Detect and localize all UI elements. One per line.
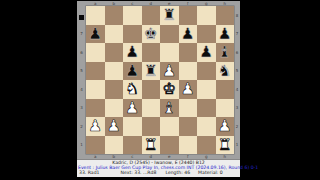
rank-label: 5 bbox=[234, 62, 240, 81]
rank-label: 4 bbox=[77, 80, 86, 99]
square-e3[interactable]: ♝ bbox=[160, 99, 179, 118]
rank-label: 1 bbox=[77, 136, 86, 155]
rank-labels-left: 7654321 bbox=[77, 6, 86, 154]
square-h8[interactable] bbox=[216, 6, 235, 25]
piece-bP-c5: ♟ bbox=[125, 62, 139, 80]
piece-bK-d7: ♚ bbox=[144, 25, 158, 43]
square-c2[interactable] bbox=[123, 117, 142, 136]
square-e4[interactable]: ♚ bbox=[160, 80, 179, 99]
piece-bP-h7: ♟ bbox=[218, 25, 232, 43]
file-label: c bbox=[123, 154, 142, 159]
square-g5[interactable] bbox=[197, 62, 216, 81]
piece-wN-c4: ♞ bbox=[125, 80, 139, 98]
square-d8[interactable] bbox=[142, 6, 161, 25]
square-a3[interactable] bbox=[86, 99, 105, 118]
square-c3[interactable]: ♟ bbox=[123, 99, 142, 118]
rank-label: 7 bbox=[77, 25, 86, 44]
square-f6[interactable] bbox=[179, 43, 198, 62]
square-d3[interactable] bbox=[142, 99, 161, 118]
piece-bP-a7: ♟ bbox=[88, 25, 102, 43]
move-played: 33. Rad1 bbox=[79, 171, 100, 176]
square-g3[interactable] bbox=[197, 99, 216, 118]
piece-bR-d5: ♜ bbox=[144, 62, 158, 80]
piece-wP-a2: ♟ bbox=[88, 117, 102, 135]
piece-bP-f7: ♟ bbox=[181, 25, 195, 43]
square-f7[interactable]: ♟ bbox=[179, 25, 198, 44]
square-e6[interactable] bbox=[160, 43, 179, 62]
piece-wR-d1: ♜ bbox=[144, 136, 158, 154]
square-c8[interactable] bbox=[123, 6, 142, 25]
piece-wP-b2: ♟ bbox=[107, 117, 121, 135]
square-b2[interactable]: ♟ bbox=[105, 117, 124, 136]
square-e1[interactable] bbox=[160, 136, 179, 155]
rank-label: 7 bbox=[234, 25, 240, 44]
square-a1[interactable] bbox=[86, 136, 105, 155]
caption-area: Kadric, D (2545) - Iwanow, E (2440) B12 … bbox=[77, 159, 240, 177]
square-g1[interactable] bbox=[197, 136, 216, 155]
square-c4[interactable]: ♞ bbox=[123, 80, 142, 99]
square-f4[interactable]: ♟ bbox=[179, 80, 198, 99]
square-a4[interactable] bbox=[86, 80, 105, 99]
rank-label: 2 bbox=[77, 117, 86, 136]
file-labels-bottom: abcdefgh bbox=[77, 154, 240, 159]
side-to-move-indicator bbox=[79, 15, 84, 20]
video-frame: abcdefgh 7654321 ♜♟♚♟♟♟♟♝♟♜♟♞♞♚♟♟♝♟♟♟♜♜ … bbox=[0, 0, 320, 180]
diagram-panel: abcdefgh 7654321 ♜♟♚♟♟♟♟♝♟♜♟♞♞♚♟♟♝♟♟♟♜♜ … bbox=[77, 1, 240, 177]
piece-wP-c3: ♟ bbox=[125, 99, 139, 117]
piece-bR-e8: ♜ bbox=[162, 6, 176, 24]
square-c5[interactable]: ♟ bbox=[123, 62, 142, 81]
square-d1[interactable]: ♜ bbox=[142, 136, 161, 155]
square-h5[interactable]: ♞ bbox=[216, 62, 235, 81]
rank-label: 5 bbox=[77, 62, 86, 81]
piece-wP-e5: ♟ bbox=[162, 62, 176, 80]
square-g2[interactable] bbox=[197, 117, 216, 136]
piece-wP-f4: ♟ bbox=[181, 80, 195, 98]
square-d2[interactable] bbox=[142, 117, 161, 136]
square-f2[interactable] bbox=[179, 117, 198, 136]
file-label: h bbox=[216, 154, 235, 159]
square-a5[interactable] bbox=[86, 62, 105, 81]
square-f5[interactable] bbox=[179, 62, 198, 81]
square-e5[interactable]: ♟ bbox=[160, 62, 179, 81]
file-label: f bbox=[179, 154, 198, 159]
square-d7[interactable]: ♚ bbox=[142, 25, 161, 44]
piece-wR-h1: ♜ bbox=[218, 136, 232, 154]
square-h6[interactable]: ♝ bbox=[216, 43, 235, 62]
file-label: d bbox=[142, 154, 161, 159]
piece-bN-h5: ♞ bbox=[218, 62, 232, 80]
chess-board: ♜♟♚♟♟♟♟♝♟♜♟♞♞♚♟♟♝♟♟♟♜♜ bbox=[86, 6, 234, 154]
file-label: b bbox=[105, 154, 124, 159]
piece-wP-h2: ♟ bbox=[218, 117, 232, 135]
square-d6[interactable] bbox=[142, 43, 161, 62]
piece-bP-c6: ♟ bbox=[125, 43, 139, 61]
square-h1[interactable]: ♜ bbox=[216, 136, 235, 155]
square-c7[interactable] bbox=[123, 25, 142, 44]
square-g4[interactable] bbox=[197, 80, 216, 99]
square-h2[interactable]: ♟ bbox=[216, 117, 235, 136]
piece-bP-g6: ♟ bbox=[199, 43, 213, 61]
square-e8[interactable]: ♜ bbox=[160, 6, 179, 25]
game-length: Length: 46 bbox=[165, 171, 190, 176]
square-a7[interactable]: ♟ bbox=[86, 25, 105, 44]
file-label: g bbox=[197, 154, 216, 159]
next-move: Next: 33. ...Rd8 bbox=[121, 171, 157, 176]
square-b1[interactable] bbox=[105, 136, 124, 155]
square-b6[interactable] bbox=[105, 43, 124, 62]
square-g8[interactable] bbox=[197, 6, 216, 25]
square-e7[interactable] bbox=[160, 25, 179, 44]
square-h4[interactable] bbox=[216, 80, 235, 99]
move-status-line: 33. Rad1 Next: 33. ...Rd8 Length: 46 Mat… bbox=[77, 171, 240, 176]
rank-label: 6 bbox=[77, 43, 86, 62]
rank-label: 3 bbox=[234, 99, 240, 118]
square-g6[interactable]: ♟ bbox=[197, 43, 216, 62]
material-balance: Material: 0 bbox=[198, 171, 223, 176]
piece-wK-e4: ♚ bbox=[162, 80, 176, 98]
square-c6[interactable]: ♟ bbox=[123, 43, 142, 62]
rank-labels-right: 87654321 bbox=[234, 6, 240, 154]
square-b3[interactable] bbox=[105, 99, 124, 118]
square-h3[interactable] bbox=[216, 99, 235, 118]
rank-label: 4 bbox=[234, 80, 240, 99]
square-a8[interactable] bbox=[86, 6, 105, 25]
square-b8[interactable] bbox=[105, 6, 124, 25]
coord-spacer bbox=[77, 154, 86, 159]
rank-label: 3 bbox=[77, 99, 86, 118]
coord-spacer bbox=[234, 154, 240, 159]
square-c1[interactable] bbox=[123, 136, 142, 155]
square-f1[interactable] bbox=[179, 136, 198, 155]
square-f3[interactable] bbox=[179, 99, 198, 118]
file-label: e bbox=[160, 154, 179, 159]
rank-label: 8 bbox=[234, 6, 240, 25]
square-b4[interactable] bbox=[105, 80, 124, 99]
square-e2[interactable] bbox=[160, 117, 179, 136]
rank-label: 2 bbox=[234, 117, 240, 136]
square-h7[interactable]: ♟ bbox=[216, 25, 235, 44]
piece-wB-e3: ♝ bbox=[162, 99, 176, 117]
file-label: a bbox=[86, 154, 105, 159]
square-a2[interactable]: ♟ bbox=[86, 117, 105, 136]
rank-label bbox=[77, 6, 86, 25]
rank-label: 1 bbox=[234, 136, 240, 155]
square-b7[interactable] bbox=[105, 25, 124, 44]
square-d5[interactable]: ♜ bbox=[142, 62, 161, 81]
rank-label: 6 bbox=[234, 43, 240, 62]
square-b5[interactable] bbox=[105, 62, 124, 81]
square-g7[interactable] bbox=[197, 25, 216, 44]
square-a6[interactable] bbox=[86, 43, 105, 62]
piece-bB-h6: ♝ bbox=[218, 43, 232, 61]
square-f8[interactable] bbox=[179, 6, 198, 25]
square-d4[interactable] bbox=[142, 80, 161, 99]
